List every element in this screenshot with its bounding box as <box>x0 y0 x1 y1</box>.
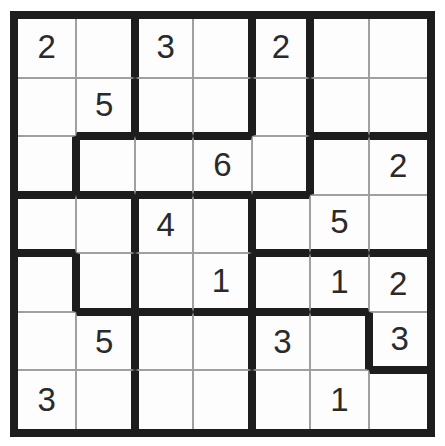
cell-r5c2[interactable] <box>76 253 134 312</box>
given-digit: 3 <box>38 383 56 416</box>
cell-r1c1[interactable]: 2 <box>18 19 76 78</box>
cell-r3c2[interactable] <box>76 136 134 195</box>
given-digit: 3 <box>156 30 174 63</box>
given-digit: 4 <box>156 208 174 241</box>
suguru-board: 2325624511253331 <box>10 11 435 437</box>
cell-r2c7[interactable] <box>369 78 427 137</box>
given-digit: 1 <box>212 264 230 297</box>
cell-r4c6[interactable]: 5 <box>310 195 368 254</box>
given-digit: 3 <box>273 325 291 358</box>
cell-r3c3[interactable] <box>135 136 193 195</box>
cell-r1c3[interactable]: 3 <box>135 19 193 78</box>
cell-r6c2[interactable]: 5 <box>76 312 134 371</box>
given-digit: 1 <box>330 265 348 298</box>
cell-r5c1[interactable] <box>18 253 76 312</box>
given-digit: 6 <box>213 148 231 181</box>
cell-r5c4[interactable]: 1 <box>193 253 251 312</box>
cell-r7c6[interactable]: 1 <box>310 370 368 429</box>
cell-r4c7[interactable] <box>369 195 427 254</box>
cell-r1c7[interactable] <box>369 19 427 78</box>
given-digit: 3 <box>391 322 409 355</box>
cell-r2c6[interactable] <box>310 78 368 137</box>
cell-r3c6[interactable] <box>310 136 368 195</box>
cell-r5c6[interactable]: 1 <box>310 253 368 312</box>
cell-r3c5[interactable] <box>252 136 310 195</box>
cell-r4c5[interactable] <box>252 195 310 254</box>
cell-r4c2[interactable] <box>76 195 134 254</box>
cell-r6c6[interactable] <box>310 312 368 371</box>
cell-r3c1[interactable] <box>18 136 76 195</box>
cell-r2c5[interactable] <box>252 78 310 137</box>
given-digit: 5 <box>95 88 113 121</box>
cell-r7c1[interactable]: 3 <box>18 370 76 429</box>
given-digit: 1 <box>330 383 348 416</box>
cell-r6c5[interactable]: 3 <box>252 312 310 371</box>
cell-r2c3[interactable] <box>135 78 193 137</box>
cell-r7c3[interactable] <box>135 370 193 429</box>
given-digit: 2 <box>272 30 290 63</box>
cell-r7c4[interactable] <box>193 370 251 429</box>
cell-r4c4[interactable] <box>193 195 251 254</box>
cell-r6c3[interactable] <box>135 312 193 371</box>
cell-r2c4[interactable] <box>193 78 251 137</box>
cell-r7c7[interactable] <box>369 370 427 429</box>
given-digit: 2 <box>389 149 407 182</box>
cell-r1c4[interactable] <box>193 19 251 78</box>
puzzle-page: 2325624511253331 <box>0 0 445 446</box>
cell-r4c3[interactable]: 4 <box>135 195 193 254</box>
cell-r7c5[interactable] <box>252 370 310 429</box>
cell-r5c3[interactable] <box>135 253 193 312</box>
cell-r6c4[interactable] <box>193 312 251 371</box>
cell-r5c5[interactable] <box>252 253 310 312</box>
cell-r1c6[interactable] <box>310 19 368 78</box>
cell-r6c7[interactable]: 3 <box>369 312 427 371</box>
cell-r3c4[interactable]: 6 <box>193 136 251 195</box>
cell-r2c2[interactable]: 5 <box>76 78 134 137</box>
cell-r5c7[interactable]: 2 <box>369 253 427 312</box>
given-digit: 2 <box>38 30 56 63</box>
given-digit: 5 <box>330 205 348 238</box>
cell-r4c1[interactable] <box>18 195 76 254</box>
cell-r1c5[interactable]: 2 <box>252 19 310 78</box>
cell-r3c7[interactable]: 2 <box>369 136 427 195</box>
given-digit: 2 <box>389 267 407 300</box>
given-digit: 5 <box>95 325 113 358</box>
cell-r1c2[interactable] <box>76 19 134 78</box>
cell-r2c1[interactable] <box>18 78 76 137</box>
cell-r7c2[interactable] <box>76 370 134 429</box>
cell-r6c1[interactable] <box>18 312 76 371</box>
